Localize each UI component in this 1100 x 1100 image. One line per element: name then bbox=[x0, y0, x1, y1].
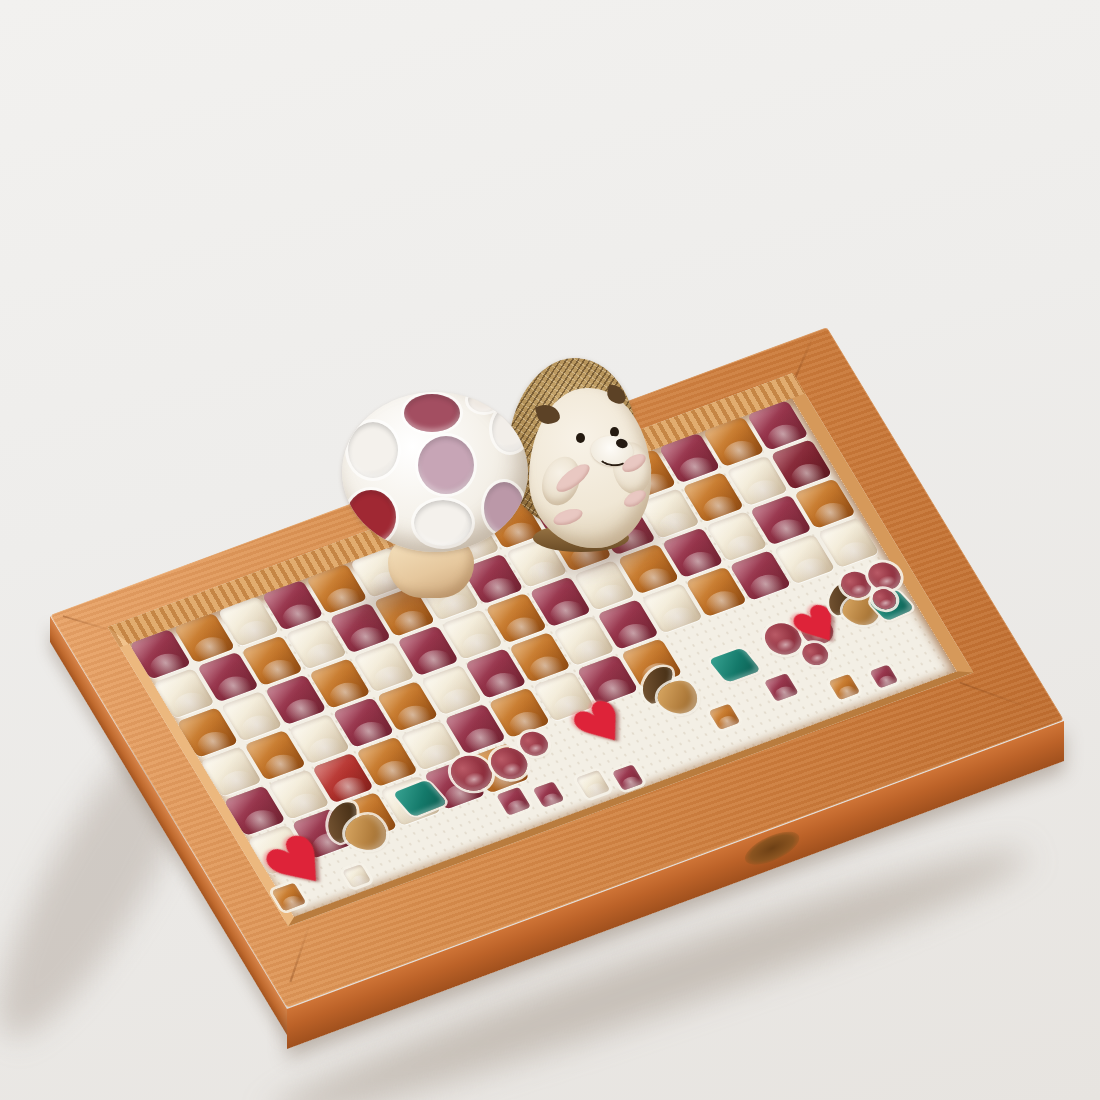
small-square-tile bbox=[828, 674, 860, 700]
mitre-seam bbox=[960, 682, 1034, 710]
mushroom-figurine bbox=[336, 388, 536, 613]
circle-gloss bbox=[500, 760, 524, 777]
mushroom-dot bbox=[414, 500, 472, 546]
small-square-tile bbox=[709, 704, 741, 730]
circle-gloss bbox=[878, 597, 894, 608]
small-square-tile bbox=[869, 664, 898, 688]
small-square-tile bbox=[496, 787, 531, 816]
circle-gloss bbox=[774, 636, 798, 653]
circle-gloss bbox=[461, 770, 488, 790]
mushroom-dot bbox=[348, 422, 398, 478]
small-square-tile bbox=[612, 764, 644, 790]
circle-gloss bbox=[527, 741, 545, 754]
diamond-tile-icon bbox=[708, 647, 761, 682]
circle-gloss bbox=[876, 574, 897, 589]
mushroom-dot bbox=[404, 394, 460, 432]
heart-tile-icon: ♥ bbox=[562, 691, 642, 759]
mushroom-dot bbox=[468, 392, 500, 412]
mushroom-dot bbox=[418, 436, 474, 494]
small-square-tile bbox=[764, 673, 799, 702]
mushroom-cap bbox=[342, 392, 528, 552]
circle-gloss bbox=[848, 582, 868, 596]
hedgehog-eye-left bbox=[576, 433, 585, 443]
small-square-tile bbox=[342, 864, 371, 888]
small-square-tile bbox=[533, 781, 565, 807]
mushroom-dot bbox=[492, 406, 528, 452]
mitre-seam bbox=[289, 922, 311, 982]
mushroom-dot bbox=[346, 490, 396, 544]
mushroom-dot bbox=[484, 482, 524, 534]
photo-scene: ♥♥♥ bbox=[0, 0, 1100, 1100]
mitre-seam bbox=[793, 334, 815, 381]
small-square-tile bbox=[576, 770, 611, 799]
